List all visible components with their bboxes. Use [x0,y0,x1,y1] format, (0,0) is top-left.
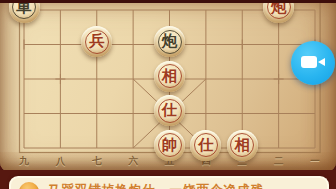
piece-red-shi[interactable]: 仕 [190,130,221,161]
file-label-2: 二 [269,155,289,168]
piece-red-pao[interactable]: 炮 [263,0,294,23]
piece-red-shuai[interactable]: 帥 [154,130,185,161]
piece-red-xiang[interactable]: 相 [154,61,185,92]
video-camera-icon [301,56,317,68]
file-label-1: 一 [305,155,325,168]
xiangqi-board[interactable]: 九八七六五四三二一 車兵炮炮相仕帥仕相 [0,0,336,172]
file-label-9: 九 [14,155,34,168]
piece-character: 仕 [190,130,221,161]
top-letterbox [0,0,336,3]
piece-red-bing[interactable]: 兵 [81,26,112,57]
piece-character: 炮 [263,0,294,23]
file-label-7: 七 [87,155,107,168]
piece-character: 兵 [81,26,112,57]
piece-character: 帥 [154,130,185,161]
record-video-button[interactable] [291,41,335,85]
piece-character: 炮 [154,26,185,57]
piece-character: 相 [227,130,258,161]
piece-character: 相 [154,61,185,92]
piece-black-ju[interactable]: 車 [9,0,40,23]
piece-red-shi[interactable]: 仕 [154,95,185,126]
piece-black-pao[interactable]: 炮 [154,26,185,57]
orange-coin-icon [19,182,39,189]
game-screen: 九八七六五四三二一 車兵炮炮相仕帥仕相 马踩双错掉换炮仕，一饶两个净成残 [0,0,336,189]
file-label-6: 六 [123,155,143,168]
caption-panel: 马踩双错掉换炮仕，一饶两个净成残 [9,176,329,189]
piece-red-xiang[interactable]: 相 [227,130,258,161]
piece-character: 仕 [154,95,185,126]
file-label-8: 八 [50,155,70,168]
caption-text: 马踩双错掉换炮仕，一饶两个净成残 [48,182,264,189]
piece-character: 車 [9,0,40,23]
